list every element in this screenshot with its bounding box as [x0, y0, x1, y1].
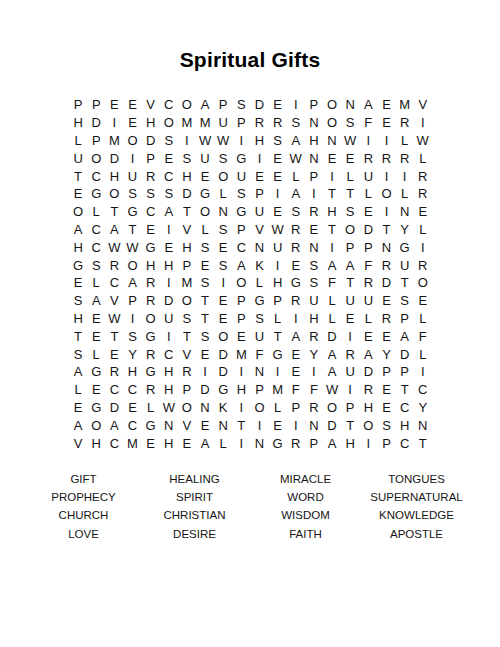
- grid-cell-r16c11[interactable]: N: [250, 363, 268, 381]
- grid-cell-r14c19[interactable]: A: [396, 327, 414, 345]
- grid-cell-r1c14[interactable]: P: [305, 96, 323, 114]
- grid-cell-r14c14[interactable]: R: [305, 327, 323, 345]
- grid-cell-r5c1[interactable]: T: [69, 167, 87, 185]
- grid-cell-r20c18[interactable]: P: [377, 434, 395, 452]
- grid-cell-r20c3[interactable]: C: [105, 434, 123, 452]
- grid-cell-r2c19[interactable]: R: [396, 114, 414, 132]
- grid-cell-r6c2[interactable]: G: [87, 185, 105, 203]
- grid-cell-r14c8[interactable]: S: [196, 327, 214, 345]
- grid-cell-r15c11[interactable]: F: [250, 345, 268, 363]
- grid-cell-r16c12[interactable]: I: [269, 363, 287, 381]
- grid-cell-r15c17[interactable]: A: [359, 345, 377, 363]
- grid-cell-r17c12[interactable]: M: [269, 381, 287, 399]
- grid-cell-r14c18[interactable]: E: [377, 327, 395, 345]
- grid-cell-r4c10[interactable]: G: [232, 149, 250, 167]
- grid-cell-r18c6[interactable]: W: [160, 399, 178, 417]
- grid-cell-r7c2[interactable]: L: [87, 203, 105, 221]
- grid-cell-r10c2[interactable]: S: [87, 256, 105, 274]
- grid-cell-r6c15[interactable]: T: [323, 185, 341, 203]
- grid-cell-r1c4[interactable]: E: [123, 96, 141, 114]
- grid-cell-r11c7[interactable]: M: [178, 274, 196, 292]
- grid-cell-r13c7[interactable]: S: [178, 310, 196, 328]
- grid-cell-r9c10[interactable]: C: [232, 238, 250, 256]
- grid-cell-r2c11[interactable]: R: [250, 114, 268, 132]
- grid-cell-r17c5[interactable]: R: [142, 381, 160, 399]
- grid-cell-r17c15[interactable]: W: [323, 381, 341, 399]
- grid-cell-r17c20[interactable]: C: [414, 381, 432, 399]
- grid-cell-r16c16[interactable]: U: [341, 363, 359, 381]
- grid-cell-r10c10[interactable]: A: [232, 256, 250, 274]
- grid-cell-r8c16[interactable]: O: [341, 221, 359, 239]
- grid-cell-r17c1[interactable]: L: [69, 381, 87, 399]
- grid-cell-r8c11[interactable]: V: [250, 221, 268, 239]
- grid-cell-r4c1[interactable]: U: [69, 149, 87, 167]
- grid-cell-r16c10[interactable]: I: [232, 363, 250, 381]
- grid-cell-r11c6[interactable]: I: [160, 274, 178, 292]
- grid-cell-r5c10[interactable]: U: [232, 167, 250, 185]
- grid-cell-r1c5[interactable]: V: [142, 96, 160, 114]
- grid-cell-r3c6[interactable]: S: [160, 132, 178, 150]
- grid-cell-r5c15[interactable]: I: [323, 167, 341, 185]
- grid-cell-r3c15[interactable]: N: [323, 132, 341, 150]
- grid-cell-r8c18[interactable]: T: [377, 221, 395, 239]
- grid-cell-r18c12[interactable]: L: [269, 399, 287, 417]
- grid-cell-r12c7[interactable]: O: [178, 292, 196, 310]
- grid-cell-r10c13[interactable]: E: [287, 256, 305, 274]
- grid-cell-r2c20[interactable]: I: [414, 114, 432, 132]
- grid-cell-r9c5[interactable]: G: [142, 238, 160, 256]
- grid-cell-r1c3[interactable]: E: [105, 96, 123, 114]
- grid-cell-r7c11[interactable]: U: [250, 203, 268, 221]
- grid-cell-r9c15[interactable]: I: [323, 238, 341, 256]
- grid-cell-r2c16[interactable]: S: [341, 114, 359, 132]
- grid-cell-r5c4[interactable]: U: [123, 167, 141, 185]
- grid-cell-r4c11[interactable]: I: [250, 149, 268, 167]
- grid-cell-r3c11[interactable]: H: [250, 132, 268, 150]
- grid-cell-r13c20[interactable]: L: [414, 310, 432, 328]
- grid-cell-r12c18[interactable]: E: [377, 292, 395, 310]
- grid-cell-r2c4[interactable]: E: [123, 114, 141, 132]
- grid-cell-r5c11[interactable]: E: [250, 167, 268, 185]
- grid-cell-r2c18[interactable]: E: [377, 114, 395, 132]
- grid-cell-r19c8[interactable]: E: [196, 416, 214, 434]
- grid-cell-r6c5[interactable]: S: [142, 185, 160, 203]
- grid-cell-r18c7[interactable]: O: [178, 399, 196, 417]
- grid-cell-r18c20[interactable]: Y: [414, 399, 432, 417]
- grid-cell-r11c10[interactable]: O: [232, 274, 250, 292]
- grid-cell-r16c20[interactable]: I: [414, 363, 432, 381]
- grid-cell-r20c19[interactable]: C: [396, 434, 414, 452]
- grid-cell-r10c18[interactable]: R: [377, 256, 395, 274]
- grid-cell-r12c11[interactable]: G: [250, 292, 268, 310]
- grid-cell-r18c3[interactable]: D: [105, 399, 123, 417]
- grid-cell-r11c1[interactable]: E: [69, 274, 87, 292]
- grid-cell-r9c20[interactable]: I: [414, 238, 432, 256]
- grid-cell-r19c7[interactable]: V: [178, 416, 196, 434]
- grid-cell-r8c7[interactable]: V: [178, 221, 196, 239]
- grid-cell-r9c7[interactable]: H: [178, 238, 196, 256]
- grid-cell-r12c1[interactable]: S: [69, 292, 87, 310]
- grid-cell-r15c8[interactable]: E: [196, 345, 214, 363]
- grid-cell-r10c19[interactable]: U: [396, 256, 414, 274]
- grid-cell-r20c16[interactable]: H: [341, 434, 359, 452]
- grid-cell-r2c14[interactable]: N: [305, 114, 323, 132]
- grid-cell-r15c6[interactable]: C: [160, 345, 178, 363]
- grid-cell-r17c3[interactable]: C: [105, 381, 123, 399]
- grid-cell-r16c17[interactable]: D: [359, 363, 377, 381]
- grid-cell-r20c10[interactable]: I: [232, 434, 250, 452]
- grid-cell-r16c4[interactable]: H: [123, 363, 141, 381]
- grid-cell-r1c19[interactable]: M: [396, 96, 414, 114]
- grid-cell-r16c18[interactable]: P: [377, 363, 395, 381]
- grid-cell-r20c2[interactable]: H: [87, 434, 105, 452]
- grid-cell-r16c2[interactable]: G: [87, 363, 105, 381]
- grid-cell-r1c15[interactable]: O: [323, 96, 341, 114]
- grid-cell-r5c2[interactable]: C: [87, 167, 105, 185]
- grid-cell-r15c20[interactable]: L: [414, 345, 432, 363]
- grid-cell-r10c7[interactable]: P: [178, 256, 196, 274]
- grid-cell-r20c9[interactable]: L: [214, 434, 232, 452]
- grid-cell-r11c11[interactable]: L: [250, 274, 268, 292]
- grid-cell-r1c12[interactable]: E: [269, 96, 287, 114]
- grid-cell-r3c13[interactable]: A: [287, 132, 305, 150]
- grid-cell-r15c7[interactable]: V: [178, 345, 196, 363]
- grid-cell-r6c17[interactable]: L: [359, 185, 377, 203]
- grid-cell-r5c3[interactable]: H: [105, 167, 123, 185]
- grid-cell-r17c14[interactable]: F: [305, 381, 323, 399]
- grid-cell-r18c11[interactable]: O: [250, 399, 268, 417]
- grid-cell-r11c19[interactable]: T: [396, 274, 414, 292]
- grid-cell-r7c14[interactable]: R: [305, 203, 323, 221]
- grid-cell-r10c9[interactable]: S: [214, 256, 232, 274]
- grid-cell-r6c1[interactable]: E: [69, 185, 87, 203]
- grid-cell-r14c2[interactable]: E: [87, 327, 105, 345]
- grid-cell-r13c16[interactable]: E: [341, 310, 359, 328]
- grid-cell-r14c7[interactable]: T: [178, 327, 196, 345]
- grid-cell-r4c18[interactable]: R: [377, 149, 395, 167]
- grid-cell-r15c15[interactable]: A: [323, 345, 341, 363]
- grid-cell-r3c4[interactable]: O: [123, 132, 141, 150]
- grid-cell-r20c7[interactable]: E: [178, 434, 196, 452]
- grid-cell-r6c7[interactable]: D: [178, 185, 196, 203]
- grid-cell-r16c9[interactable]: D: [214, 363, 232, 381]
- grid-cell-r17c2[interactable]: E: [87, 381, 105, 399]
- grid-cell-r9c1[interactable]: H: [69, 238, 87, 256]
- grid-cell-r1c9[interactable]: P: [214, 96, 232, 114]
- grid-cell-r19c11[interactable]: I: [250, 416, 268, 434]
- grid-cell-r10c8[interactable]: E: [196, 256, 214, 274]
- grid-cell-r4c5[interactable]: P: [142, 149, 160, 167]
- grid-cell-r8c19[interactable]: Y: [396, 221, 414, 239]
- grid-cell-r2c6[interactable]: O: [160, 114, 178, 132]
- grid-cell-r11c16[interactable]: T: [341, 274, 359, 292]
- grid-cell-r4c2[interactable]: O: [87, 149, 105, 167]
- grid-cell-r17c18[interactable]: E: [377, 381, 395, 399]
- grid-cell-r20c4[interactable]: M: [123, 434, 141, 452]
- grid-cell-r7c6[interactable]: A: [160, 203, 178, 221]
- grid-cell-r20c1[interactable]: V: [69, 434, 87, 452]
- grid-cell-r7c1[interactable]: O: [69, 203, 87, 221]
- grid-cell-r18c5[interactable]: L: [142, 399, 160, 417]
- grid-cell-r17c13[interactable]: F: [287, 381, 305, 399]
- grid-cell-r19c18[interactable]: S: [377, 416, 395, 434]
- grid-cell-r10c6[interactable]: H: [160, 256, 178, 274]
- grid-cell-r5c6[interactable]: C: [160, 167, 178, 185]
- grid-cell-r1c7[interactable]: O: [178, 96, 196, 114]
- grid-cell-r15c18[interactable]: Y: [377, 345, 395, 363]
- grid-cell-r6c8[interactable]: G: [196, 185, 214, 203]
- grid-cell-r9c18[interactable]: N: [377, 238, 395, 256]
- grid-cell-r2c12[interactable]: R: [269, 114, 287, 132]
- grid-cell-r19c14[interactable]: N: [305, 416, 323, 434]
- grid-cell-r13c19[interactable]: P: [396, 310, 414, 328]
- grid-cell-r17c7[interactable]: P: [178, 381, 196, 399]
- grid-cell-r12c19[interactable]: S: [396, 292, 414, 310]
- grid-cell-r8c17[interactable]: D: [359, 221, 377, 239]
- grid-cell-r8c5[interactable]: E: [142, 221, 160, 239]
- grid-cell-r8c9[interactable]: S: [214, 221, 232, 239]
- grid-cell-r6c4[interactable]: S: [123, 185, 141, 203]
- grid-cell-r7c18[interactable]: I: [377, 203, 395, 221]
- grid-cell-r15c1[interactable]: S: [69, 345, 87, 363]
- grid-cell-r13c4[interactable]: I: [123, 310, 141, 328]
- grid-cell-r14c10[interactable]: E: [232, 327, 250, 345]
- grid-cell-r2c8[interactable]: M: [196, 114, 214, 132]
- grid-cell-r14c17[interactable]: E: [359, 327, 377, 345]
- grid-cell-r18c10[interactable]: I: [232, 399, 250, 417]
- grid-cell-r18c13[interactable]: P: [287, 399, 305, 417]
- grid-cell-r15c9[interactable]: D: [214, 345, 232, 363]
- grid-cell-r20c14[interactable]: P: [305, 434, 323, 452]
- grid-cell-r12c17[interactable]: U: [359, 292, 377, 310]
- grid-cell-r1c11[interactable]: D: [250, 96, 268, 114]
- grid-cell-r6c20[interactable]: R: [414, 185, 432, 203]
- grid-cell-r7c13[interactable]: S: [287, 203, 305, 221]
- grid-cell-r16c6[interactable]: H: [160, 363, 178, 381]
- grid-cell-r4c13[interactable]: W: [287, 149, 305, 167]
- grid-cell-r17c4[interactable]: C: [123, 381, 141, 399]
- grid-cell-r19c12[interactable]: E: [269, 416, 287, 434]
- grid-cell-r5c7[interactable]: H: [178, 167, 196, 185]
- grid-cell-r9c11[interactable]: N: [250, 238, 268, 256]
- grid-cell-r20c6[interactable]: H: [160, 434, 178, 452]
- grid-cell-r18c19[interactable]: C: [396, 399, 414, 417]
- grid-cell-r16c14[interactable]: I: [305, 363, 323, 381]
- grid-cell-r12c15[interactable]: L: [323, 292, 341, 310]
- grid-cell-r20c13[interactable]: R: [287, 434, 305, 452]
- grid-cell-r6c16[interactable]: T: [341, 185, 359, 203]
- grid-cell-r9c4[interactable]: W: [123, 238, 141, 256]
- grid-cell-r18c8[interactable]: N: [196, 399, 214, 417]
- grid-cell-r13c9[interactable]: E: [214, 310, 232, 328]
- grid-cell-r8c8[interactable]: L: [196, 221, 214, 239]
- grid-cell-r18c17[interactable]: H: [359, 399, 377, 417]
- grid-cell-r2c10[interactable]: P: [232, 114, 250, 132]
- grid-cell-r12c14[interactable]: U: [305, 292, 323, 310]
- grid-cell-r12c9[interactable]: E: [214, 292, 232, 310]
- grid-cell-r7c10[interactable]: G: [232, 203, 250, 221]
- grid-cell-r19c13[interactable]: I: [287, 416, 305, 434]
- grid-cell-r16c1[interactable]: A: [69, 363, 87, 381]
- grid-cell-r18c15[interactable]: O: [323, 399, 341, 417]
- grid-cell-r2c2[interactable]: D: [87, 114, 105, 132]
- grid-cell-r7c19[interactable]: N: [396, 203, 414, 221]
- grid-cell-r10c17[interactable]: F: [359, 256, 377, 274]
- grid-cell-r13c11[interactable]: S: [250, 310, 268, 328]
- grid-cell-r7c3[interactable]: T: [105, 203, 123, 221]
- grid-cell-r1c18[interactable]: E: [377, 96, 395, 114]
- grid-cell-r14c1[interactable]: T: [69, 327, 87, 345]
- grid-cell-r8c6[interactable]: I: [160, 221, 178, 239]
- grid-cell-r9c2[interactable]: C: [87, 238, 105, 256]
- grid-cell-r20c8[interactable]: A: [196, 434, 214, 452]
- grid-cell-r19c15[interactable]: D: [323, 416, 341, 434]
- grid-cell-r15c13[interactable]: E: [287, 345, 305, 363]
- grid-cell-r18c9[interactable]: K: [214, 399, 232, 417]
- grid-cell-r16c19[interactable]: P: [396, 363, 414, 381]
- grid-cell-r11c12[interactable]: H: [269, 274, 287, 292]
- grid-cell-r18c2[interactable]: G: [87, 399, 105, 417]
- grid-cell-r13c14[interactable]: H: [305, 310, 323, 328]
- grid-cell-r16c15[interactable]: A: [323, 363, 341, 381]
- grid-cell-r17c17[interactable]: R: [359, 381, 377, 399]
- grid-cell-r6c12[interactable]: I: [269, 185, 287, 203]
- grid-cell-r6c18[interactable]: O: [377, 185, 395, 203]
- grid-cell-r5c5[interactable]: R: [142, 167, 160, 185]
- grid-cell-r3c9[interactable]: W: [214, 132, 232, 150]
- grid-cell-r19c19[interactable]: H: [396, 416, 414, 434]
- grid-cell-r10c12[interactable]: I: [269, 256, 287, 274]
- grid-cell-r4c19[interactable]: R: [396, 149, 414, 167]
- grid-cell-r13c10[interactable]: P: [232, 310, 250, 328]
- grid-cell-r1c16[interactable]: N: [341, 96, 359, 114]
- grid-cell-r12c8[interactable]: T: [196, 292, 214, 310]
- grid-cell-r1c20[interactable]: V: [414, 96, 432, 114]
- grid-cell-r10c1[interactable]: G: [69, 256, 87, 274]
- grid-cell-r8c20[interactable]: L: [414, 221, 432, 239]
- grid-cell-r15c16[interactable]: R: [341, 345, 359, 363]
- grid-cell-r11c8[interactable]: S: [196, 274, 214, 292]
- grid-cell-r2c9[interactable]: U: [214, 114, 232, 132]
- grid-cell-r4c14[interactable]: N: [305, 149, 323, 167]
- grid-cell-r7c12[interactable]: E: [269, 203, 287, 221]
- grid-cell-r4c9[interactable]: S: [214, 149, 232, 167]
- grid-cell-r14c3[interactable]: T: [105, 327, 123, 345]
- grid-cell-r6c13[interactable]: A: [287, 185, 305, 203]
- grid-cell-r15c5[interactable]: R: [142, 345, 160, 363]
- grid-cell-r6c19[interactable]: L: [396, 185, 414, 203]
- grid-cell-r6c6[interactable]: S: [160, 185, 178, 203]
- grid-cell-r18c14[interactable]: R: [305, 399, 323, 417]
- grid-cell-r8c14[interactable]: E: [305, 221, 323, 239]
- grid-cell-r14c13[interactable]: A: [287, 327, 305, 345]
- grid-cell-r1c1[interactable]: P: [69, 96, 87, 114]
- grid-cell-r12c12[interactable]: P: [269, 292, 287, 310]
- grid-cell-r14c5[interactable]: G: [142, 327, 160, 345]
- grid-cell-r9c8[interactable]: S: [196, 238, 214, 256]
- grid-cell-r3c19[interactable]: L: [396, 132, 414, 150]
- grid-cell-r3c16[interactable]: W: [341, 132, 359, 150]
- grid-cell-r6c11[interactable]: P: [250, 185, 268, 203]
- grid-cell-r10c15[interactable]: A: [323, 256, 341, 274]
- grid-cell-r5c8[interactable]: E: [196, 167, 214, 185]
- grid-cell-r2c15[interactable]: O: [323, 114, 341, 132]
- grid-cell-r12c20[interactable]: E: [414, 292, 432, 310]
- grid-cell-r13c8[interactable]: T: [196, 310, 214, 328]
- grid-cell-r5c14[interactable]: P: [305, 167, 323, 185]
- grid-cell-r19c17[interactable]: O: [359, 416, 377, 434]
- grid-cell-r19c2[interactable]: O: [87, 416, 105, 434]
- grid-cell-r10c16[interactable]: A: [341, 256, 359, 274]
- grid-cell-r19c20[interactable]: N: [414, 416, 432, 434]
- grid-cell-r9c16[interactable]: P: [341, 238, 359, 256]
- grid-cell-r20c12[interactable]: G: [269, 434, 287, 452]
- grid-cell-r9c6[interactable]: E: [160, 238, 178, 256]
- grid-cell-r5c9[interactable]: O: [214, 167, 232, 185]
- grid-cell-r3c7[interactable]: I: [178, 132, 196, 150]
- grid-cell-r7c5[interactable]: C: [142, 203, 160, 221]
- grid-cell-r16c5[interactable]: G: [142, 363, 160, 381]
- grid-cell-r20c15[interactable]: A: [323, 434, 341, 452]
- grid-cell-r15c10[interactable]: M: [232, 345, 250, 363]
- grid-cell-r4c12[interactable]: E: [269, 149, 287, 167]
- grid-cell-r6c3[interactable]: O: [105, 185, 123, 203]
- grid-cell-r4c16[interactable]: E: [341, 149, 359, 167]
- grid-cell-r19c4[interactable]: C: [123, 416, 141, 434]
- grid-cell-r7c7[interactable]: T: [178, 203, 196, 221]
- grid-cell-r4c20[interactable]: L: [414, 149, 432, 167]
- grid-cell-r19c3[interactable]: A: [105, 416, 123, 434]
- grid-cell-r9c14[interactable]: N: [305, 238, 323, 256]
- grid-cell-r13c12[interactable]: L: [269, 310, 287, 328]
- grid-cell-r19c10[interactable]: T: [232, 416, 250, 434]
- grid-cell-r3c10[interactable]: I: [232, 132, 250, 150]
- grid-cell-r8c2[interactable]: C: [87, 221, 105, 239]
- grid-cell-r17c10[interactable]: H: [232, 381, 250, 399]
- grid-cell-r8c12[interactable]: W: [269, 221, 287, 239]
- grid-cell-r14c11[interactable]: U: [250, 327, 268, 345]
- grid-cell-r15c3[interactable]: E: [105, 345, 123, 363]
- grid-cell-r19c1[interactable]: A: [69, 416, 87, 434]
- grid-cell-r9c17[interactable]: P: [359, 238, 377, 256]
- grid-cell-r8c1[interactable]: A: [69, 221, 87, 239]
- grid-cell-r5c17[interactable]: U: [359, 167, 377, 185]
- grid-cell-r3c18[interactable]: I: [377, 132, 395, 150]
- grid-cell-r4c15[interactable]: E: [323, 149, 341, 167]
- grid-cell-r15c4[interactable]: Y: [123, 345, 141, 363]
- grid-cell-r4c7[interactable]: S: [178, 149, 196, 167]
- grid-cell-r4c4[interactable]: I: [123, 149, 141, 167]
- grid-cell-r12c10[interactable]: P: [232, 292, 250, 310]
- grid-cell-r14c12[interactable]: T: [269, 327, 287, 345]
- grid-cell-r10c11[interactable]: K: [250, 256, 268, 274]
- grid-cell-r12c6[interactable]: D: [160, 292, 178, 310]
- grid-cell-r5c13[interactable]: L: [287, 167, 305, 185]
- grid-cell-r12c13[interactable]: R: [287, 292, 305, 310]
- grid-cell-r15c14[interactable]: Y: [305, 345, 323, 363]
- grid-cell-r19c9[interactable]: N: [214, 416, 232, 434]
- grid-cell-r7c17[interactable]: E: [359, 203, 377, 221]
- grid-cell-r1c17[interactable]: A: [359, 96, 377, 114]
- grid-cell-r5c16[interactable]: L: [341, 167, 359, 185]
- grid-cell-r13c15[interactable]: L: [323, 310, 341, 328]
- grid-cell-r12c16[interactable]: U: [341, 292, 359, 310]
- grid-cell-r20c11[interactable]: N: [250, 434, 268, 452]
- grid-cell-r11c2[interactable]: L: [87, 274, 105, 292]
- grid-cell-r20c20[interactable]: T: [414, 434, 432, 452]
- grid-cell-r16c8[interactable]: I: [196, 363, 214, 381]
- grid-cell-r13c2[interactable]: E: [87, 310, 105, 328]
